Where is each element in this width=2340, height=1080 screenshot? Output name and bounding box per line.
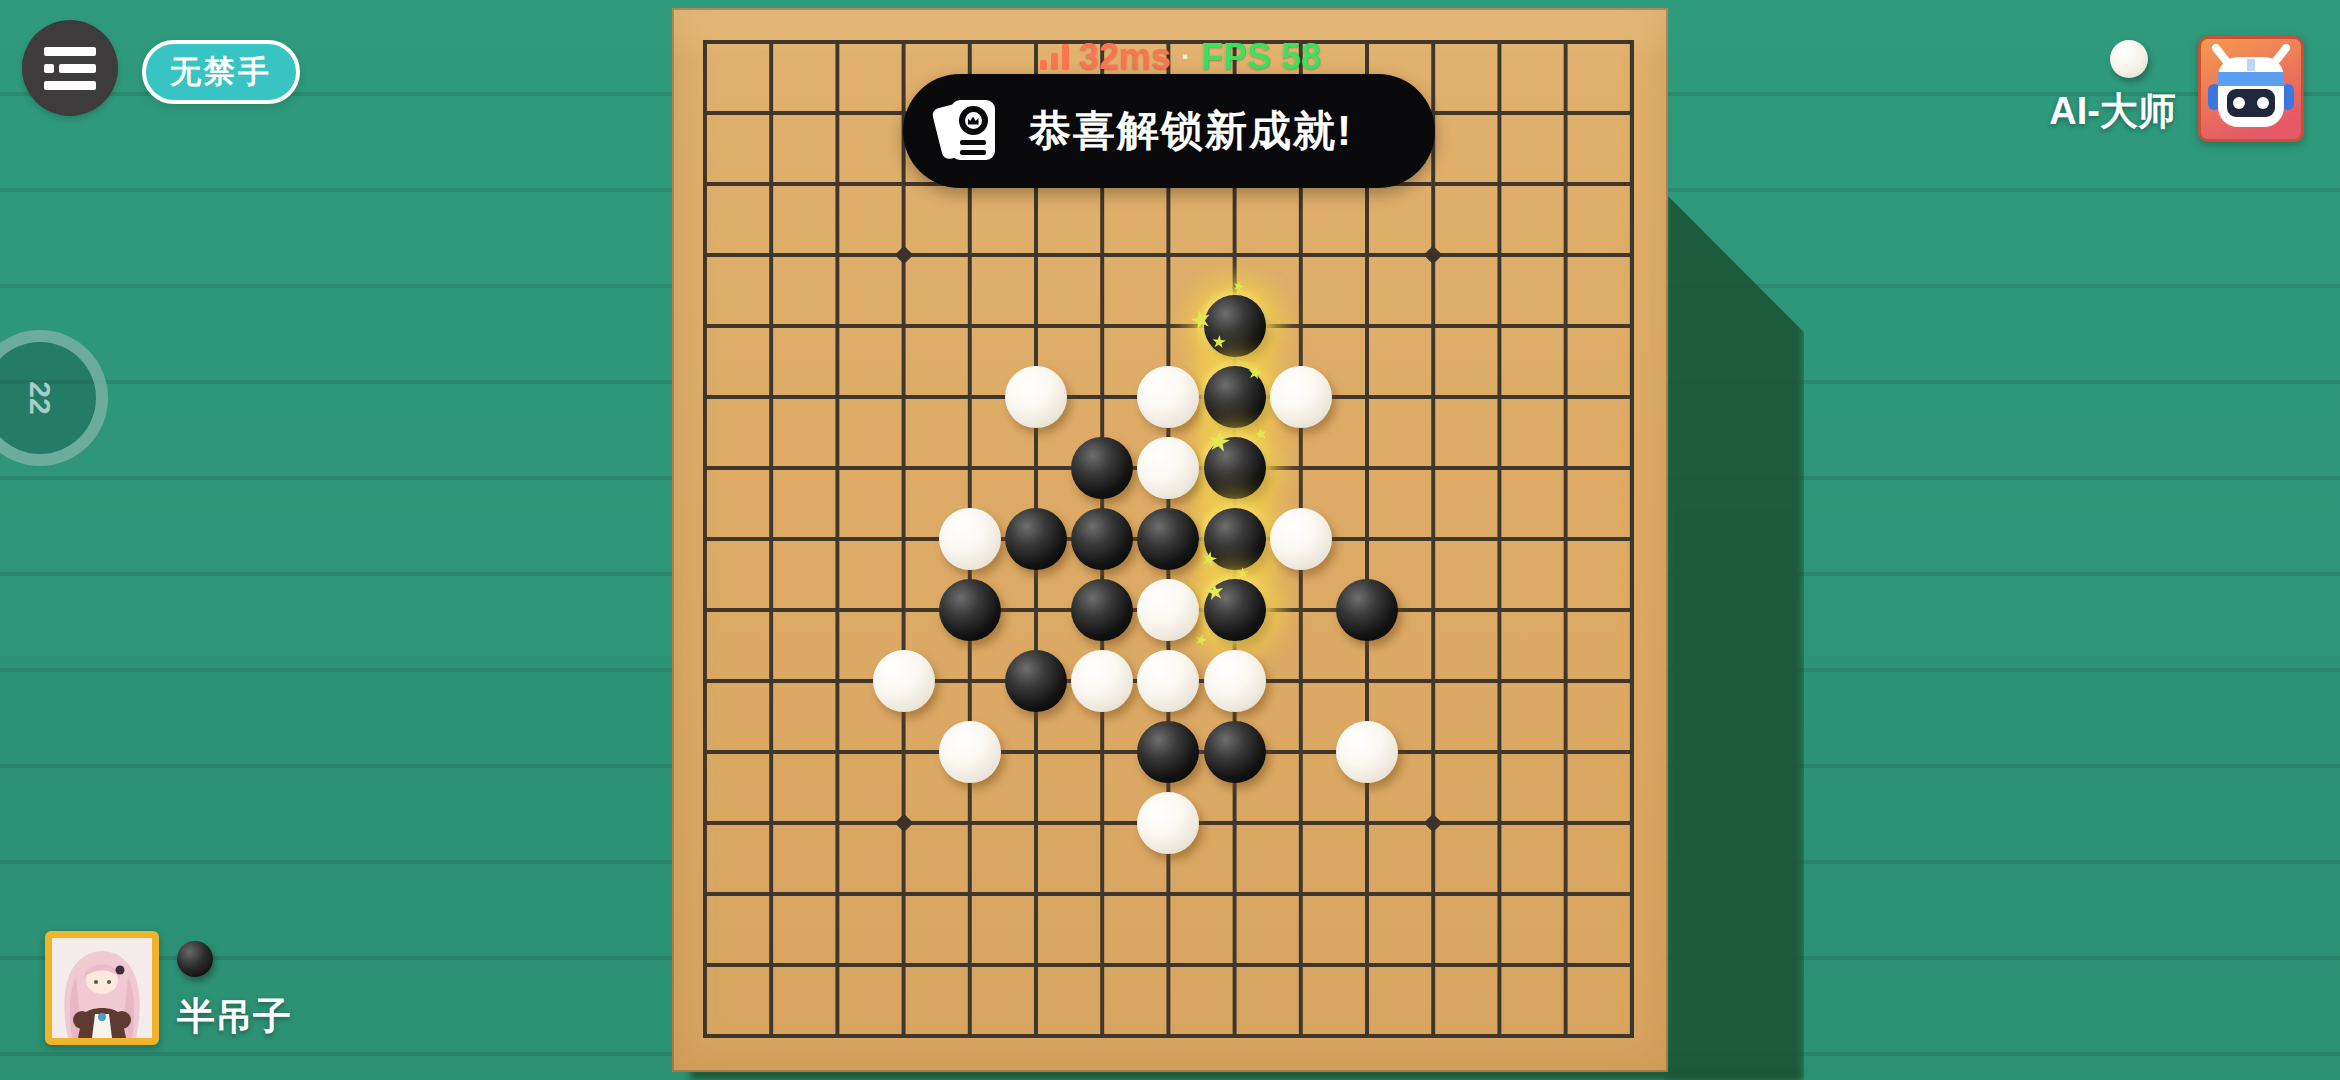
stone-black [1005,650,1067,712]
timer-badge: 22 [0,330,108,466]
stone-white [939,508,1001,570]
stone-white [1071,650,1133,712]
separator-dot: · [1181,40,1191,74]
menu-button[interactable] [22,20,118,116]
stone-black [1005,508,1067,570]
board-cast-shadow [1664,192,1804,1080]
white-player-name: AI-大师 [2049,86,2176,137]
stone-black [1071,437,1133,499]
player-black-panel: 半吊子 [45,931,291,1045]
fps-value: FPS 58 [1201,36,1321,78]
hamburger-menu-icon [44,47,96,56]
stone-white [1005,366,1067,428]
stone-black-winning [1204,437,1266,499]
game-screen: 32ms · FPS 58 恭喜解锁新成就! 无禁手 22 AI-大师 [0,0,2340,1080]
latency-value: 32ms [1079,36,1171,78]
star-point [894,246,912,264]
stone-black [1071,508,1133,570]
board-grid[interactable] [703,40,1634,1038]
stone-white [873,650,935,712]
black-stone-indicator [177,941,213,977]
stone-white [939,721,1001,783]
stone-black [1336,579,1398,641]
stone-black-winning [1204,508,1266,570]
stone-white [1204,650,1266,712]
stone-white [1270,508,1332,570]
stone-white [1137,792,1199,854]
robot-avatar[interactable] [2198,36,2304,142]
stone-white [1270,366,1332,428]
stone-white [1137,366,1199,428]
signal-bars-icon [1040,44,1069,70]
black-player-name: 半吊子 [177,991,291,1042]
stone-black-winning [1204,295,1266,357]
stone-black [1204,721,1266,783]
timer-value: 22 [23,381,57,414]
stone-white [1137,579,1199,641]
stone-black [1137,721,1199,783]
stone-white [1137,650,1199,712]
achievement-card-icon [937,96,1003,166]
player-white-panel: AI-大师 [2049,36,2304,142]
star-point [1424,246,1442,264]
star-point [1424,814,1442,832]
achievement-toast: 恭喜解锁新成就! [903,74,1435,188]
stone-black [1137,508,1199,570]
player-avatar[interactable] [45,931,159,1045]
stone-white [1137,437,1199,499]
network-status: 32ms · FPS 58 [1040,36,1321,78]
white-stone-indicator [2110,40,2148,78]
stone-black [1071,579,1133,641]
rule-badge: 无禁手 [142,40,300,104]
stone-white [1336,721,1398,783]
star-point [894,814,912,832]
stone-black [939,579,1001,641]
toast-text: 恭喜解锁新成就! [1029,103,1353,159]
